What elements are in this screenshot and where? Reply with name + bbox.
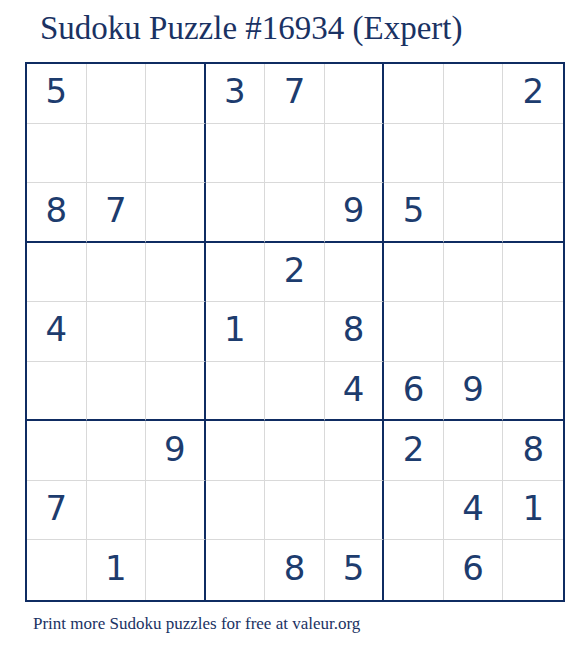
cell-r9c9 (503, 540, 563, 600)
cell-r9c1 (27, 540, 87, 600)
given-digit-r3c7: 5 (403, 193, 425, 227)
cell-r8c4 (206, 481, 266, 541)
cell-r5c1: 4 (27, 302, 87, 362)
cell-r2c7 (384, 124, 444, 184)
cell-r2c8 (444, 124, 504, 184)
cell-r3c1: 8 (27, 183, 87, 243)
footer-text: Print more Sudoku puzzles for free at va… (33, 614, 360, 634)
given-digit-r6c7: 6 (403, 372, 425, 406)
cell-r1c6 (325, 64, 385, 124)
cell-r7c7: 2 (384, 421, 444, 481)
cell-r2c9 (503, 124, 563, 184)
given-digit-r7c9: 8 (522, 432, 544, 466)
given-digit-r8c1: 7 (45, 491, 67, 525)
cell-r4c1 (27, 243, 87, 303)
cell-r8c6 (325, 481, 385, 541)
given-digit-r7c7: 2 (403, 432, 425, 466)
cell-r2c5 (265, 124, 325, 184)
given-digit-r5c6: 8 (343, 312, 365, 346)
cell-r8c5 (265, 481, 325, 541)
cell-r3c2: 7 (87, 183, 147, 243)
cell-r1c9: 2 (503, 64, 563, 124)
cell-r5c2 (87, 302, 147, 362)
cell-r7c6 (325, 421, 385, 481)
cell-r1c2 (87, 64, 147, 124)
cell-r8c8: 4 (444, 481, 504, 541)
cell-r9c7 (384, 540, 444, 600)
given-digit-r3c6: 9 (343, 193, 365, 227)
cell-r4c8 (444, 243, 504, 303)
cell-r6c1 (27, 362, 87, 422)
cell-r4c4 (206, 243, 266, 303)
given-digit-r9c2: 1 (105, 551, 127, 585)
cell-r7c5 (265, 421, 325, 481)
cell-r5c3 (146, 302, 206, 362)
given-digit-r8c8: 4 (462, 491, 484, 525)
cell-r7c9: 8 (503, 421, 563, 481)
cell-r1c5: 7 (265, 64, 325, 124)
cell-r9c4 (206, 540, 266, 600)
cell-r5c4: 1 (206, 302, 266, 362)
cell-r5c7 (384, 302, 444, 362)
given-digit-r5c1: 4 (45, 312, 67, 346)
cell-r6c3 (146, 362, 206, 422)
cell-r4c9 (503, 243, 563, 303)
cell-r3c7: 5 (384, 183, 444, 243)
cell-r1c1: 5 (27, 64, 87, 124)
given-digit-r7c3: 9 (164, 432, 186, 466)
cell-r6c2 (87, 362, 147, 422)
cell-r5c9 (503, 302, 563, 362)
cell-r9c6: 5 (325, 540, 385, 600)
cell-r8c9: 1 (503, 481, 563, 541)
cell-r3c6: 9 (325, 183, 385, 243)
cell-r2c2 (87, 124, 147, 184)
cell-r1c8 (444, 64, 504, 124)
cell-r3c8 (444, 183, 504, 243)
given-digit-r1c1: 5 (45, 74, 67, 108)
cell-r3c9 (503, 183, 563, 243)
puzzle-title: Sudoku Puzzle #16934 (Expert) (40, 10, 463, 46)
cell-r2c6 (325, 124, 385, 184)
cell-r4c3 (146, 243, 206, 303)
cell-r5c5 (265, 302, 325, 362)
cell-r5c6: 8 (325, 302, 385, 362)
cell-r6c9 (503, 362, 563, 422)
given-digit-r6c8: 9 (462, 372, 484, 406)
given-digit-r3c2: 7 (105, 193, 127, 227)
cell-r4c2 (87, 243, 147, 303)
cell-r9c5: 8 (265, 540, 325, 600)
cell-r6c5 (265, 362, 325, 422)
cell-r7c1 (27, 421, 87, 481)
cell-r6c8: 9 (444, 362, 504, 422)
cell-r7c8 (444, 421, 504, 481)
cell-r6c6: 4 (325, 362, 385, 422)
given-digit-r9c5: 8 (284, 551, 306, 585)
cell-r7c3: 9 (146, 421, 206, 481)
cell-r4c7 (384, 243, 444, 303)
cell-r3c4 (206, 183, 266, 243)
given-digit-r4c5: 2 (284, 253, 306, 287)
cell-r2c1 (27, 124, 87, 184)
cell-r1c4: 3 (206, 64, 266, 124)
given-digit-r5c4: 1 (224, 312, 246, 346)
cell-r8c3 (146, 481, 206, 541)
cell-r9c2: 1 (87, 540, 147, 600)
cell-r2c3 (146, 124, 206, 184)
given-digit-r9c8: 6 (462, 551, 484, 585)
given-digit-r3c1: 8 (45, 193, 67, 227)
given-digit-r8c9: 1 (522, 491, 544, 525)
cell-r3c3 (146, 183, 206, 243)
cell-r5c8 (444, 302, 504, 362)
cell-r9c8: 6 (444, 540, 504, 600)
cell-r8c1: 7 (27, 481, 87, 541)
cell-r4c5: 2 (265, 243, 325, 303)
given-digit-r6c6: 4 (343, 372, 365, 406)
cell-r1c3 (146, 64, 206, 124)
given-digit-r1c9: 2 (522, 74, 544, 108)
cell-r7c4 (206, 421, 266, 481)
cell-r6c4 (206, 362, 266, 422)
cell-r2c4 (206, 124, 266, 184)
given-digit-r1c4: 3 (224, 74, 246, 108)
cell-r8c2 (87, 481, 147, 541)
cell-r3c5 (265, 183, 325, 243)
cell-r4c6 (325, 243, 385, 303)
given-digit-r9c6: 5 (343, 551, 365, 585)
given-digit-r1c5: 7 (284, 74, 306, 108)
cell-r8c7 (384, 481, 444, 541)
cell-r6c7: 6 (384, 362, 444, 422)
cell-r1c7 (384, 64, 444, 124)
sudoku-board: 5372879524184699287411856 (25, 62, 565, 602)
cell-r7c2 (87, 421, 147, 481)
cell-r9c3 (146, 540, 206, 600)
